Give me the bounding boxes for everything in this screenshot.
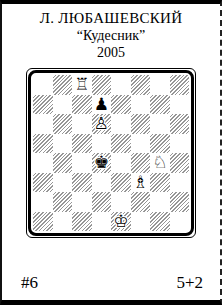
square-d2 bbox=[92, 192, 112, 212]
composer-name: Л. ЛЮБАШЕВСКИЙ bbox=[2, 9, 220, 27]
square-e1: ♔ bbox=[111, 212, 131, 232]
square-h1 bbox=[170, 212, 190, 232]
diagram-footer: #6 5+2 bbox=[2, 274, 220, 292]
square-b2 bbox=[53, 192, 73, 212]
square-g6 bbox=[150, 114, 170, 134]
square-d8 bbox=[92, 75, 112, 95]
square-a5 bbox=[33, 134, 53, 154]
square-h5 bbox=[170, 134, 190, 154]
material-count: 5+2 bbox=[176, 274, 203, 292]
square-a7 bbox=[33, 95, 53, 115]
square-f5 bbox=[131, 134, 151, 154]
square-h8 bbox=[170, 75, 190, 95]
square-c6 bbox=[72, 114, 92, 134]
black-pawn-d7: ♟ bbox=[92, 95, 112, 115]
square-b6 bbox=[53, 114, 73, 134]
square-d6: ♙ bbox=[92, 114, 112, 134]
square-c5 bbox=[72, 134, 92, 154]
square-b1 bbox=[53, 212, 73, 232]
square-a1 bbox=[33, 212, 53, 232]
square-g7 bbox=[150, 95, 170, 115]
square-d7: ♟ bbox=[92, 95, 112, 115]
diagram-card: Л. ЛЮБАШЕВСКИЙ “Кудесник” 2005 ♖♟♙♚♘♗♔ #… bbox=[0, 0, 222, 305]
board-inner-frame: ♖♟♙♚♘♗♔ bbox=[28, 70, 194, 236]
square-f4 bbox=[131, 153, 151, 173]
square-h6 bbox=[170, 114, 190, 134]
square-c8: ♖ bbox=[72, 75, 92, 95]
board-outer-frame: ♖♟♙♚♘♗♔ bbox=[26, 68, 196, 238]
square-e2 bbox=[111, 192, 131, 212]
white-rook-c8: ♖ bbox=[72, 75, 92, 95]
white-pawn-d6: ♙ bbox=[92, 114, 112, 134]
square-a6 bbox=[33, 114, 53, 134]
square-e7 bbox=[111, 95, 131, 115]
year: 2005 bbox=[2, 44, 220, 61]
black-king-d4: ♚ bbox=[92, 153, 112, 173]
chess-board: ♖♟♙♚♘♗♔ bbox=[33, 75, 189, 231]
square-f1 bbox=[131, 212, 151, 232]
square-e4 bbox=[111, 153, 131, 173]
square-b3 bbox=[53, 173, 73, 193]
square-d5 bbox=[92, 134, 112, 154]
square-g8 bbox=[150, 75, 170, 95]
square-g5 bbox=[150, 134, 170, 154]
square-c4 bbox=[72, 153, 92, 173]
white-knight-g4: ♘ bbox=[150, 153, 170, 173]
square-e3 bbox=[111, 173, 131, 193]
white-bishop-f3: ♗ bbox=[131, 173, 151, 193]
square-c3 bbox=[72, 173, 92, 193]
square-d1 bbox=[92, 212, 112, 232]
square-c7 bbox=[72, 95, 92, 115]
square-a3 bbox=[33, 173, 53, 193]
square-b4 bbox=[53, 153, 73, 173]
square-e5 bbox=[111, 134, 131, 154]
stipulation: #6 bbox=[21, 274, 38, 292]
square-a8 bbox=[33, 75, 53, 95]
square-f3: ♗ bbox=[131, 173, 151, 193]
square-d4: ♚ bbox=[92, 153, 112, 173]
square-e8 bbox=[111, 75, 131, 95]
square-g4: ♘ bbox=[150, 153, 170, 173]
source-title: “Кудесник” bbox=[2, 27, 220, 44]
square-f6 bbox=[131, 114, 151, 134]
square-b5 bbox=[53, 134, 73, 154]
square-g1 bbox=[150, 212, 170, 232]
square-a2 bbox=[33, 192, 53, 212]
square-b8 bbox=[53, 75, 73, 95]
square-h2 bbox=[170, 192, 190, 212]
white-king-e1: ♔ bbox=[111, 212, 131, 232]
diagram-header: Л. ЛЮБАШЕВСКИЙ “Кудесник” 2005 bbox=[2, 9, 220, 61]
square-c2 bbox=[72, 192, 92, 212]
square-h3 bbox=[170, 173, 190, 193]
square-a4 bbox=[33, 153, 53, 173]
square-f7 bbox=[131, 95, 151, 115]
square-g3 bbox=[150, 173, 170, 193]
square-f8 bbox=[131, 75, 151, 95]
square-e6 bbox=[111, 114, 131, 134]
square-b7 bbox=[53, 95, 73, 115]
square-d3 bbox=[92, 173, 112, 193]
square-g2 bbox=[150, 192, 170, 212]
square-h4 bbox=[170, 153, 190, 173]
square-h7 bbox=[170, 95, 190, 115]
square-f2 bbox=[131, 192, 151, 212]
square-c1 bbox=[72, 212, 92, 232]
